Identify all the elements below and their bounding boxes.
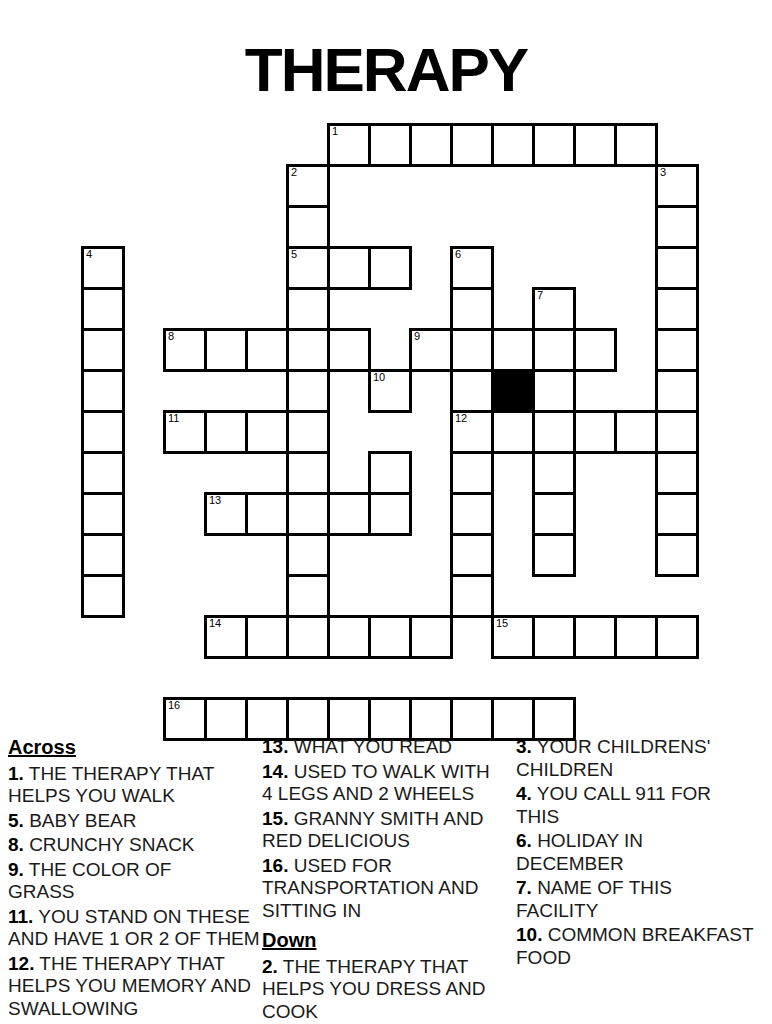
grid-cell[interactable] [532,123,576,167]
grid-cell[interactable] [81,451,125,495]
clue-across-8: 8. CRUNCHY SNACK [8,834,263,857]
grid-cell[interactable] [245,697,289,741]
clue-label: 16. [262,855,288,876]
clue-down-10: 10. COMMON BREAKFAST FOOD [516,924,771,969]
grid-cell[interactable] [614,123,658,167]
grid-cell[interactable] [532,451,576,495]
clue-number: 15 [496,617,508,630]
clue-number: 2 [291,166,297,179]
grid-cell[interactable] [81,287,125,331]
grid-cell[interactable] [614,615,658,659]
grid-cell[interactable]: 11 [163,410,207,454]
clue-across-15: 15. GRANNY SMITH AND RED DELICIOUS [262,808,517,853]
grid-cell[interactable] [655,369,699,413]
clues-column-3: 3. YOUR CHILDRENS' CHILDREN4. YOU CALL 9… [516,736,771,971]
clue-across-16: 16. USED FOR TRANSPORTATION AND SITTING … [262,855,517,923]
grid-cell[interactable]: 5 [286,246,330,290]
grid-cell[interactable] [655,533,699,577]
grid-cell[interactable]: 4 [81,246,125,290]
grid-cell[interactable] [245,492,289,536]
grid-cell[interactable] [491,328,535,372]
clue-label: 5. [8,810,24,831]
clue-number: 3 [660,166,666,179]
grid-cell[interactable] [409,615,453,659]
grid-cell[interactable] [368,492,412,536]
clue-label: 2. [262,956,278,977]
grid-cell[interactable] [655,615,699,659]
grid-cell[interactable] [655,492,699,536]
grid-cell[interactable]: 7 [532,287,576,331]
clue-down-7: 7. NAME OF THIS FACILITY [516,877,771,922]
grid-cell[interactable]: 13 [204,492,248,536]
grid-cell[interactable] [450,328,494,372]
grid-cell[interactable] [532,492,576,536]
grid-cell[interactable]: 2 [286,164,330,208]
grid-cell[interactable] [204,410,248,454]
grid-cell[interactable]: 6 [450,246,494,290]
clue-number: 11 [168,412,179,425]
grid-cell[interactable] [286,369,330,413]
page: { "game": "crossword", "title": "THERAPY… [0,0,772,1024]
grid-cell[interactable] [286,287,330,331]
grid-cell[interactable] [450,287,494,331]
grid-cell[interactable] [532,410,576,454]
grid-cell[interactable]: 14 [204,615,248,659]
grid-cell[interactable] [81,492,125,536]
grid-cell[interactable] [573,123,617,167]
clue-number: 14 [209,617,221,630]
grid-cell[interactable] [81,533,125,577]
clue-number: 1 [332,125,338,138]
grid-cell[interactable]: 1 [327,123,371,167]
grid-cell[interactable] [327,697,371,741]
clue-down-4: 4. YOU CALL 911 FOR THIS [516,783,771,828]
grid-cell[interactable] [81,574,125,618]
grid-cell[interactable] [368,697,412,741]
grid-cell[interactable] [204,328,248,372]
grid-cell[interactable] [286,451,330,495]
grid-cell[interactable] [614,410,658,454]
clue-across-9: 9. THE COLOR OF GRASS [8,859,263,904]
grid-cell[interactable] [450,574,494,618]
grid-cell[interactable] [450,369,494,413]
grid-cell[interactable] [245,410,289,454]
clue-label: 4. [516,783,532,804]
grid-cell[interactable] [327,615,371,659]
grid-cell[interactable] [573,328,617,372]
grid-cell[interactable] [409,123,453,167]
grid-cell[interactable] [286,615,330,659]
grid-cell[interactable] [286,492,330,536]
grid-cell[interactable] [409,697,453,741]
grid-cell[interactable]: 9 [409,328,453,372]
grid-cell[interactable] [286,205,330,249]
grid-cell[interactable] [450,123,494,167]
grid-cell[interactable] [368,451,412,495]
grid-cell[interactable] [450,533,494,577]
clue-number: 13 [209,494,221,507]
grid-cell[interactable]: 3 [655,164,699,208]
clue-down-3: 3. YOUR CHILDRENS' CHILDREN [516,736,771,781]
grid-cell[interactable] [532,697,576,741]
clues-column-1: Across1. THE THERAPY THAT HELPS YOU WALK… [8,736,263,1022]
clue-label: 3. [516,736,532,757]
clue-number: 8 [168,330,174,343]
clue-label: 9. [8,859,24,880]
grid-cell[interactable] [368,123,412,167]
grid-cell[interactable] [491,123,535,167]
grid-cell[interactable] [81,369,125,413]
clue-label: 12. [8,953,34,974]
clue-number: 6 [455,248,461,261]
grid-cell[interactable] [532,369,576,413]
black-cell [491,369,535,413]
crossword-grid: 12345678910111213141516 [81,123,741,743]
clue-across-5: 5. BABY BEAR [8,810,263,833]
clue-label: 11. [8,906,33,927]
clue-label: 13. [262,736,288,757]
clue-down-6: 6. HOLIDAY IN DECEMBER [516,830,771,875]
clue-across-14: 14. USED TO WALK WITH 4 LEGS AND 2 WHEEL… [262,761,517,806]
clues-column-2: 13. WHAT YOU READ14. USED TO WALK WITH 4… [262,736,517,1024]
puzzle-title: THERAPY [0,34,772,105]
grid-cell[interactable] [532,615,576,659]
clue-number: 9 [414,330,420,343]
grid-cell[interactable] [286,410,330,454]
grid-cell[interactable] [532,533,576,577]
clue-across-1: 1. THE THERAPY THAT HELPS YOU WALK [8,763,263,808]
grid-cell[interactable] [450,492,494,536]
grid-cell[interactable] [81,410,125,454]
grid-cell[interactable] [368,246,412,290]
grid-cell[interactable]: 12 [450,410,494,454]
grid-cell[interactable] [327,328,371,372]
grid-cell[interactable] [450,451,494,495]
grid-cell[interactable] [491,697,535,741]
grid-cell[interactable]: 8 [163,328,207,372]
grid-cell[interactable] [245,615,289,659]
grid-cell[interactable] [532,328,576,372]
grid-cell[interactable] [655,287,699,331]
grid-cell[interactable]: 16 [163,697,207,741]
grid-cell[interactable] [327,492,371,536]
grid-cell[interactable] [655,410,699,454]
grid-cell[interactable] [286,697,330,741]
clue-label: 7. [516,877,532,898]
clue-number: 10 [373,371,385,384]
clue-label: 10. [516,924,542,945]
clue-number: 7 [537,289,543,302]
grid-cell[interactable] [286,533,330,577]
clue-number: 4 [86,248,92,261]
grid-cell[interactable] [491,410,535,454]
grid-cell[interactable] [81,328,125,372]
clue-label: 1. [8,763,24,784]
clue-label: 14. [262,761,288,782]
grid-cell[interactable] [655,451,699,495]
clue-across-13: 13. WHAT YOU READ [262,736,517,759]
down-header: Down [262,929,517,952]
clue-number: 5 [291,248,297,261]
clue-down-2: 2. THE THERAPY THAT HELPS YOU DRESS AND … [262,956,517,1024]
grid-cell[interactable] [655,246,699,290]
grid-cell[interactable] [655,205,699,249]
clue-across-12: 12. THE THERAPY THAT HELPS YOU MEMORY AN… [8,953,263,1021]
clue-number: 12 [455,412,467,425]
grid-cell[interactable] [450,697,494,741]
clue-label: 8. [8,834,24,855]
grid-cell[interactable] [573,615,617,659]
grid-cell[interactable] [204,697,248,741]
grid-cell[interactable] [368,615,412,659]
clue-label: 15. [262,808,288,829]
grid-cell[interactable] [655,328,699,372]
grid-cell[interactable]: 15 [491,615,535,659]
clue-label: 6. [516,830,532,851]
grid-cell[interactable] [245,328,289,372]
grid-cell[interactable] [286,328,330,372]
grid-cell[interactable] [327,246,371,290]
across-header: Across [8,736,263,759]
clue-number: 16 [168,699,180,712]
grid-cell[interactable]: 10 [368,369,412,413]
grid-cell[interactable] [286,574,330,618]
grid-cell[interactable] [573,410,617,454]
clue-across-11: 11. YOU STAND ON THESE AND HAVE 1 OR 2 O… [8,906,263,951]
